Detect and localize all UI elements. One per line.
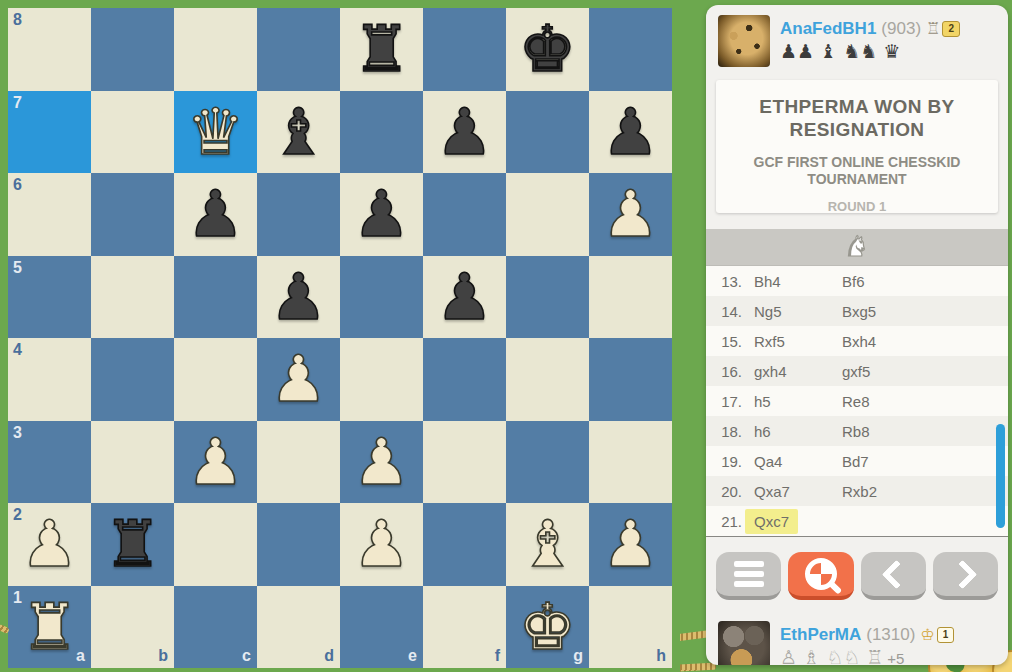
square-a7[interactable]: 7 bbox=[8, 91, 91, 174]
black-pawn-f5[interactable]: ♟ bbox=[423, 256, 506, 339]
square-b3[interactable] bbox=[91, 421, 174, 504]
square-h7[interactable]: ♟ bbox=[589, 91, 672, 174]
move-number: 13. bbox=[706, 273, 742, 290]
white-pawn-e2[interactable]: ♟ bbox=[340, 503, 423, 586]
square-d3[interactable] bbox=[257, 421, 340, 504]
move-white[interactable]: Ng5 bbox=[754, 303, 842, 320]
square-a8[interactable]: 8 bbox=[8, 8, 91, 91]
square-c1[interactable]: c bbox=[174, 586, 257, 669]
square-c6[interactable]: ♟ bbox=[174, 173, 257, 256]
file-label: c bbox=[242, 648, 251, 664]
square-h3[interactable] bbox=[589, 421, 672, 504]
move-black[interactable]: Bf6 bbox=[842, 273, 1008, 290]
square-e4[interactable] bbox=[340, 338, 423, 421]
square-d5[interactable]: ♟ bbox=[257, 256, 340, 339]
square-h5[interactable] bbox=[589, 256, 672, 339]
scrollbar-thumb[interactable] bbox=[996, 424, 1005, 528]
square-g8[interactable]: ♚ bbox=[506, 8, 589, 91]
game-sidebar: AnaFedBH1 (903) ♖ 2 ♟♟ ♝ ♞♞ ♛ EthPerMA w… bbox=[706, 5, 1008, 665]
chevron-right-icon bbox=[948, 559, 978, 589]
square-g5[interactable] bbox=[506, 256, 589, 339]
move-black[interactable]: gxf5 bbox=[842, 363, 1008, 380]
square-h2[interactable]: ♟ bbox=[589, 503, 672, 586]
square-c2[interactable] bbox=[174, 503, 257, 586]
rank-label: 6 bbox=[13, 177, 22, 193]
move-number: 18. bbox=[706, 423, 742, 440]
square-a5[interactable]: 5 bbox=[8, 256, 91, 339]
player-top-badge: ♖ 2 bbox=[926, 21, 960, 37]
black-pawn-d5[interactable]: ♟ bbox=[257, 256, 340, 339]
move-list[interactable]: 13.Bh4Bf614.Ng5Bxg515.Rxf5Bxh416.gxh4gxf… bbox=[706, 266, 1008, 537]
magnifier-icon bbox=[805, 558, 837, 590]
square-f7[interactable]: ♟ bbox=[423, 91, 506, 174]
square-g6[interactable] bbox=[506, 173, 589, 256]
knight-icon: ♞ bbox=[844, 233, 869, 261]
move-number: 17. bbox=[706, 393, 742, 410]
analyze-button[interactable] bbox=[788, 552, 853, 600]
file-label: b bbox=[158, 648, 168, 664]
file-label: h bbox=[656, 648, 666, 664]
chess-board[interactable]: 8♜♚7♛♝♟♟6♟♟♟5♟♟4♟3♟♟2♟♜♟♝♟1a♜bcdefg♚h bbox=[8, 8, 672, 668]
move-row[interactable]: 15.Rxf5Bxh4 bbox=[706, 326, 1008, 356]
square-a2[interactable]: 2♟ bbox=[8, 503, 91, 586]
square-b8[interactable] bbox=[91, 8, 174, 91]
move-row[interactable]: 14.Ng5Bxg5 bbox=[706, 296, 1008, 326]
result-title: EthPerMA won by Resignation bbox=[726, 96, 988, 142]
move-row[interactable]: 13.Bh4Bf6 bbox=[706, 266, 1008, 296]
move-black[interactable]: Bxg5 bbox=[842, 303, 1008, 320]
file-label: e bbox=[408, 648, 417, 664]
forward-button[interactable] bbox=[933, 552, 998, 600]
move-white[interactable]: h5 bbox=[754, 393, 842, 410]
move-number: 14. bbox=[706, 303, 742, 320]
rank-label: 7 bbox=[13, 95, 22, 111]
move-row[interactable]: 20.Qxa7Rxb2 bbox=[706, 476, 1008, 506]
white-bishop-g2[interactable]: ♝ bbox=[506, 503, 589, 586]
square-b6[interactable] bbox=[91, 173, 174, 256]
white-pawn-h6[interactable]: ♟ bbox=[589, 173, 672, 256]
white-pawn-a2[interactable]: ♟ bbox=[8, 503, 91, 586]
badge-count: 2 bbox=[942, 21, 960, 37]
file-label: d bbox=[324, 648, 334, 664]
black-pawn-e6[interactable]: ♟ bbox=[340, 173, 423, 256]
white-queen-c7[interactable]: ♛ bbox=[174, 91, 257, 174]
rank-label: 5 bbox=[13, 260, 22, 276]
square-h1[interactable]: h bbox=[589, 586, 672, 669]
white-king-g1[interactable]: ♚ bbox=[506, 586, 589, 669]
file-label: f bbox=[495, 648, 500, 664]
square-h8[interactable] bbox=[589, 8, 672, 91]
avatar-bottom[interactable] bbox=[718, 621, 770, 665]
moves-header[interactable]: ♞ bbox=[706, 229, 1008, 266]
move-white[interactable]: Qxc7 bbox=[754, 513, 842, 530]
move-black[interactable]: Bxh4 bbox=[842, 333, 1008, 350]
square-d7[interactable]: ♝ bbox=[257, 91, 340, 174]
move-row[interactable]: 16.gxh4gxf5 bbox=[706, 356, 1008, 386]
crown-trophy-icon: ♔ bbox=[920, 627, 934, 643]
move-white[interactable]: Qxa7 bbox=[754, 483, 842, 500]
square-e2[interactable]: ♟ bbox=[340, 503, 423, 586]
player-bottom-badge: ♔ 1 bbox=[920, 627, 954, 643]
white-rook-a1[interactable]: ♜ bbox=[8, 586, 91, 669]
captured-pieces-bottom: ♙ ♗ ♘♘ ♖+5 bbox=[780, 647, 954, 665]
black-pawn-c6[interactable]: ♟ bbox=[174, 173, 257, 256]
square-f2[interactable] bbox=[423, 503, 506, 586]
move-row[interactable]: 19.Qa4Bd7 bbox=[706, 446, 1008, 476]
rank-label: 8 bbox=[13, 12, 22, 28]
square-d8[interactable] bbox=[257, 8, 340, 91]
move-white[interactable]: Qa4 bbox=[754, 453, 842, 470]
move-number: 21. bbox=[706, 513, 742, 530]
square-c8[interactable] bbox=[174, 8, 257, 91]
move-number: 20. bbox=[706, 483, 742, 500]
square-f1[interactable]: f bbox=[423, 586, 506, 669]
square-b7[interactable] bbox=[91, 91, 174, 174]
square-f8[interactable] bbox=[423, 8, 506, 91]
white-pawn-c3[interactable]: ♟ bbox=[174, 421, 257, 504]
square-e7[interactable] bbox=[340, 91, 423, 174]
chevron-left-icon bbox=[881, 559, 911, 589]
move-number: 15. bbox=[706, 333, 742, 350]
badge-count: 1 bbox=[937, 627, 955, 643]
back-button[interactable] bbox=[861, 552, 926, 600]
square-a1[interactable]: 1a♜ bbox=[8, 586, 91, 669]
square-e1[interactable]: e bbox=[340, 586, 423, 669]
black-rook-b2[interactable]: ♜ bbox=[91, 503, 174, 586]
square-f4[interactable] bbox=[423, 338, 506, 421]
square-d6[interactable] bbox=[257, 173, 340, 256]
square-g2[interactable]: ♝ bbox=[506, 503, 589, 586]
square-a3[interactable]: 3 bbox=[8, 421, 91, 504]
tournament-name: GCF First Online ChessKid Tournament bbox=[726, 154, 988, 189]
move-white[interactable]: Bh4 bbox=[754, 273, 842, 290]
black-bishop-d7[interactable]: ♝ bbox=[257, 91, 340, 174]
round-label: Round 1 bbox=[726, 199, 988, 214]
result-box: EthPerMA won by Resignation GCF First On… bbox=[716, 80, 998, 213]
rank-label: 3 bbox=[13, 425, 22, 441]
player-bottom-name[interactable]: EthPerMA bbox=[780, 625, 861, 645]
square-g4[interactable] bbox=[506, 338, 589, 421]
square-b4[interactable] bbox=[91, 338, 174, 421]
black-king-g8[interactable]: ♚ bbox=[506, 8, 589, 91]
rank-label: 4 bbox=[13, 342, 22, 358]
square-g1[interactable]: g♚ bbox=[506, 586, 589, 669]
material-advantage: +5 bbox=[887, 650, 904, 665]
square-a6[interactable]: 6 bbox=[8, 173, 91, 256]
black-pawn-f7[interactable]: ♟ bbox=[423, 91, 506, 174]
move-white[interactable]: Rxf5 bbox=[754, 333, 842, 350]
square-g7[interactable] bbox=[506, 91, 589, 174]
square-d1[interactable]: d bbox=[257, 586, 340, 669]
square-f6[interactable] bbox=[423, 173, 506, 256]
square-a4[interactable]: 4 bbox=[8, 338, 91, 421]
square-c7[interactable]: ♛ bbox=[174, 91, 257, 174]
move-number: 16. bbox=[706, 363, 742, 380]
square-e6[interactable]: ♟ bbox=[340, 173, 423, 256]
captured-pieces-top: ♟♟ ♝ ♞♞ ♛ bbox=[780, 41, 960, 63]
white-pawn-e3[interactable]: ♟ bbox=[340, 421, 423, 504]
player-top-rating: (903) bbox=[881, 19, 921, 39]
square-b5[interactable] bbox=[91, 256, 174, 339]
move-row[interactable]: 17.h5Re8 bbox=[706, 386, 1008, 416]
black-pawn-h7[interactable]: ♟ bbox=[589, 91, 672, 174]
move-row[interactable]: 18.h6Rb8 bbox=[706, 416, 1008, 446]
move-number: 19. bbox=[706, 453, 742, 470]
square-f3[interactable] bbox=[423, 421, 506, 504]
square-g3[interactable] bbox=[506, 421, 589, 504]
white-pawn-h2[interactable]: ♟ bbox=[589, 503, 672, 586]
player-bottom-rating: (1310) bbox=[866, 625, 915, 645]
square-f5[interactable]: ♟ bbox=[423, 256, 506, 339]
hamburger-icon bbox=[734, 561, 764, 587]
square-e3[interactable]: ♟ bbox=[340, 421, 423, 504]
controls-bar bbox=[706, 537, 1008, 611]
move-black[interactable]: Rb8 bbox=[842, 423, 1008, 440]
square-h6[interactable]: ♟ bbox=[589, 173, 672, 256]
move-white[interactable]: h6 bbox=[754, 423, 842, 440]
white-pawn-d4[interactable]: ♟ bbox=[257, 338, 340, 421]
avatar-top[interactable] bbox=[718, 15, 770, 67]
rook-trophy-icon: ♖ bbox=[926, 21, 940, 37]
square-c5[interactable] bbox=[174, 256, 257, 339]
square-h4[interactable] bbox=[589, 338, 672, 421]
square-c4[interactable] bbox=[174, 338, 257, 421]
square-c3[interactable]: ♟ bbox=[174, 421, 257, 504]
square-e5[interactable] bbox=[340, 256, 423, 339]
square-d4[interactable]: ♟ bbox=[257, 338, 340, 421]
move-black[interactable]: Re8 bbox=[842, 393, 1008, 410]
move-row[interactable]: 21.Qxc7 bbox=[706, 506, 1008, 536]
square-b2[interactable]: ♜ bbox=[91, 503, 174, 586]
board-frame: 8♜♚7♛♝♟♟6♟♟♟5♟♟4♟3♟♟2♟♜♟♝♟1a♜bcdefg♚h bbox=[0, 0, 680, 672]
player-bottom-row: EthPerMA (1310) ♔ 1 ♙ ♗ ♘♘ ♖+5 bbox=[706, 611, 1008, 665]
menu-button[interactable] bbox=[716, 552, 781, 600]
square-d2[interactable] bbox=[257, 503, 340, 586]
player-top-name[interactable]: AnaFedBH1 bbox=[780, 19, 876, 39]
move-black[interactable]: Rxb2 bbox=[842, 483, 1008, 500]
square-e8[interactable]: ♜ bbox=[340, 8, 423, 91]
move-white[interactable]: gxh4 bbox=[754, 363, 842, 380]
move-black[interactable]: Bd7 bbox=[842, 453, 1008, 470]
square-b1[interactable]: b bbox=[91, 586, 174, 669]
black-rook-e8[interactable]: ♜ bbox=[340, 8, 423, 91]
player-top-row: AnaFedBH1 (903) ♖ 2 ♟♟ ♝ ♞♞ ♛ bbox=[706, 5, 1008, 77]
